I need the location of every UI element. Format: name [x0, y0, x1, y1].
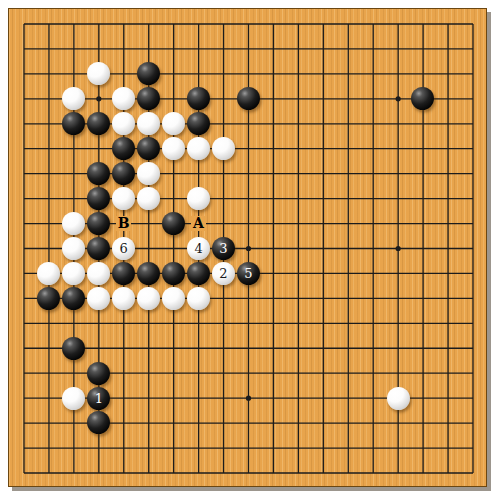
move-number: 5: [244, 267, 252, 280]
go-board[interactable]: 643251AB: [8, 8, 487, 487]
black-stone: [62, 112, 85, 135]
white-stone: [62, 237, 85, 260]
board-point[interactable]: [161, 286, 186, 311]
board-point[interactable]: [211, 136, 236, 161]
black-stone: [187, 87, 210, 110]
board-point[interactable]: A: [186, 211, 211, 236]
move-number: 2: [219, 267, 227, 280]
board-point[interactable]: [86, 211, 111, 236]
black-stone: [112, 262, 135, 285]
white-stone: [162, 137, 185, 160]
board-point[interactable]: [136, 86, 161, 111]
board-point[interactable]: [136, 111, 161, 136]
white-stone: [62, 262, 85, 285]
go-diagram-page: 643251AB: [0, 0, 500, 500]
board-point[interactable]: [186, 286, 211, 311]
board-point[interactable]: [111, 286, 136, 311]
board-point[interactable]: [61, 261, 86, 286]
board-point[interactable]: [136, 186, 161, 211]
white-stone: [37, 262, 60, 285]
black-stone: 1: [87, 387, 110, 410]
white-stone: [212, 137, 235, 160]
board-point[interactable]: [86, 411, 111, 436]
board-point[interactable]: [61, 236, 86, 261]
point-label-b: B: [116, 216, 131, 231]
board-point[interactable]: [136, 161, 161, 186]
black-stone: [187, 112, 210, 135]
board-point[interactable]: [86, 186, 111, 211]
white-stone: [187, 187, 210, 210]
board-point[interactable]: [86, 111, 111, 136]
board-point[interactable]: [86, 361, 111, 386]
black-stone: [137, 262, 160, 285]
board-point[interactable]: [136, 286, 161, 311]
board-point[interactable]: 6: [111, 236, 136, 261]
board-point[interactable]: [86, 286, 111, 311]
white-stone: 4: [187, 237, 210, 260]
board-point[interactable]: [111, 186, 136, 211]
board-point[interactable]: [161, 211, 186, 236]
white-stone: [187, 137, 210, 160]
black-stone: [62, 337, 85, 360]
point-label-a: A: [191, 216, 206, 231]
black-stone: [37, 287, 60, 310]
board-point[interactable]: [86, 61, 111, 86]
white-stone: [137, 287, 160, 310]
move-number: 3: [219, 242, 227, 255]
white-stone: [137, 162, 160, 185]
black-stone: 5: [237, 262, 260, 285]
board-point[interactable]: 3: [211, 236, 236, 261]
board-point[interactable]: [186, 186, 211, 211]
board-point[interactable]: [136, 261, 161, 286]
black-stone: [112, 137, 135, 160]
black-stone: [162, 212, 185, 235]
board-point[interactable]: [136, 61, 161, 86]
white-stone: [137, 112, 160, 135]
board-point[interactable]: 4: [186, 236, 211, 261]
white-stone: [112, 87, 135, 110]
board-point[interactable]: [111, 261, 136, 286]
white-stone: [162, 112, 185, 135]
black-stone: [62, 287, 85, 310]
black-stone: [137, 62, 160, 85]
white-stone: [112, 287, 135, 310]
board-point[interactable]: [136, 136, 161, 161]
black-stone: [137, 137, 160, 160]
board-point[interactable]: [161, 136, 186, 161]
board-point[interactable]: [186, 261, 211, 286]
board-point[interactable]: [61, 286, 86, 311]
black-stone: [87, 212, 110, 235]
move-number: 4: [194, 242, 202, 255]
move-number: 1: [95, 392, 103, 405]
board-point[interactable]: [111, 86, 136, 111]
board-point[interactable]: [36, 286, 61, 311]
white-stone: [162, 287, 185, 310]
white-stone: [137, 187, 160, 210]
black-stone: [87, 187, 110, 210]
board-point[interactable]: [61, 86, 86, 111]
board-point[interactable]: [186, 86, 211, 111]
board-point[interactable]: [186, 111, 211, 136]
black-stone: [87, 411, 110, 434]
board-point[interactable]: 5: [236, 261, 261, 286]
black-stone: [137, 87, 160, 110]
board-point[interactable]: [61, 211, 86, 236]
white-stone: [62, 87, 85, 110]
white-stone: 6: [112, 237, 135, 260]
white-stone: [87, 62, 110, 85]
board-point[interactable]: [86, 161, 111, 186]
board-point[interactable]: 2: [211, 261, 236, 286]
board-point[interactable]: B: [111, 211, 136, 236]
black-stone: 3: [212, 237, 235, 260]
board-point[interactable]: [111, 161, 136, 186]
move-number: 6: [120, 242, 128, 255]
white-stone: [62, 387, 85, 410]
board-point[interactable]: [386, 386, 411, 411]
stones-layer: 643251AB: [12, 12, 486, 486]
board-point[interactable]: [111, 136, 136, 161]
board-point[interactable]: [111, 111, 136, 136]
white-stone: 2: [212, 262, 235, 285]
white-stone: [87, 262, 110, 285]
white-stone: [112, 112, 135, 135]
black-stone: [162, 262, 185, 285]
board-point[interactable]: [161, 111, 186, 136]
black-stone: [87, 162, 110, 185]
board-point[interactable]: [86, 261, 111, 286]
board-point[interactable]: [411, 86, 436, 111]
board-point[interactable]: [236, 86, 261, 111]
white-stone: [62, 212, 85, 235]
black-stone: [187, 262, 210, 285]
white-stone: [112, 187, 135, 210]
board-point[interactable]: 1: [86, 386, 111, 411]
white-stone: [387, 387, 410, 410]
black-stone: [87, 112, 110, 135]
black-stone: [411, 87, 434, 110]
board-point[interactable]: [186, 136, 211, 161]
board-point[interactable]: [161, 261, 186, 286]
black-stone: [87, 237, 110, 260]
board-point[interactable]: [61, 386, 86, 411]
board-point[interactable]: [61, 336, 86, 361]
black-stone: [112, 162, 135, 185]
black-stone: [87, 362, 110, 385]
white-stone: [87, 287, 110, 310]
black-stone: [237, 87, 260, 110]
board-point[interactable]: [61, 111, 86, 136]
board-point[interactable]: [36, 261, 61, 286]
board-point[interactable]: [86, 236, 111, 261]
white-stone: [187, 287, 210, 310]
